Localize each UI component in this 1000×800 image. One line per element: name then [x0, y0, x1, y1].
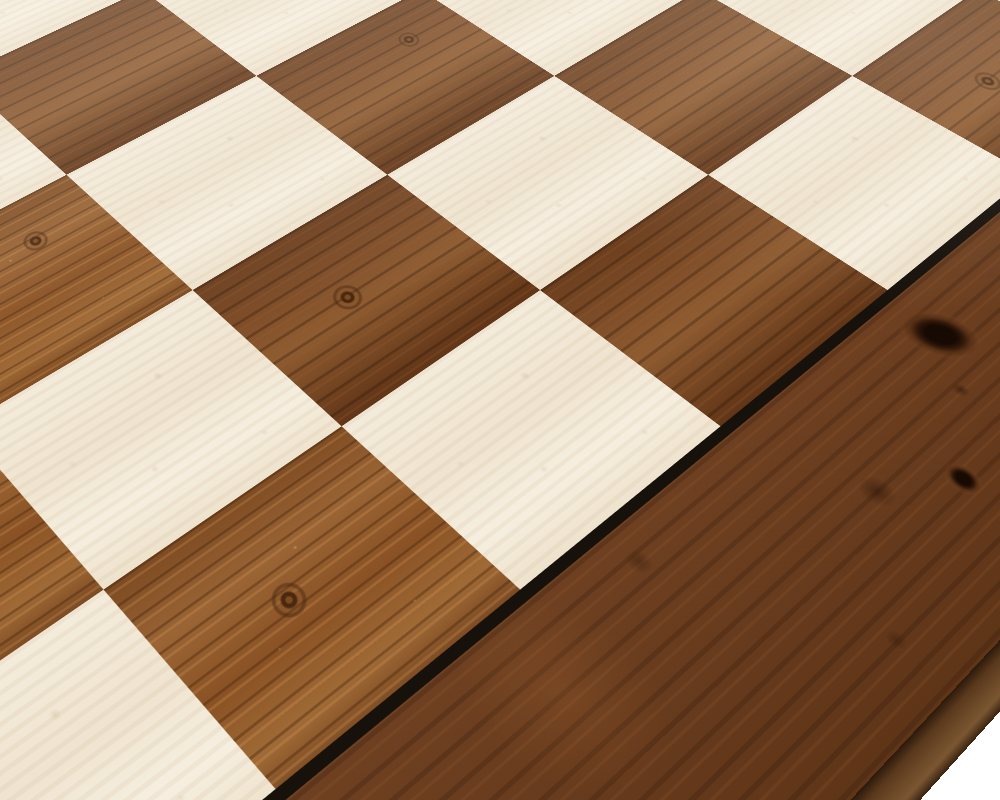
chessboard-photo — [0, 0, 1000, 800]
chess-board — [0, 0, 1000, 800]
